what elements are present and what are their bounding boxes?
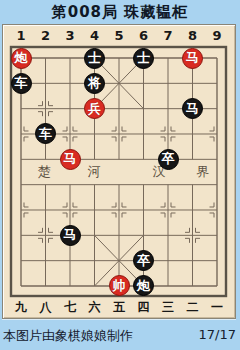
page: 第008局 珠藏韫柜 123456789 楚河汉界 炮士士马车将兵马车马卒马卒帅… [0,0,240,350]
piece-black-r2c4[interactable]: 将 [84,73,105,94]
piece-red-r1c8[interactable]: 马 [182,48,203,69]
file-label-top-7: 7 [158,29,178,43]
piece-black-r8c3[interactable]: 马 [60,225,81,246]
page-indicator: 17/17 [199,327,236,342]
footer-bar: 本图片由象棋娘娘制作 17/17 [0,320,240,350]
file-label-bottom-7: 三 [158,300,178,314]
file-label-bottom-8: 二 [183,300,203,314]
file-label-top-2: 2 [36,29,56,43]
credit-text: 本图片由象棋娘娘制作 [3,327,133,345]
piece-black-r2c1[interactable]: 车 [11,73,32,94]
piece-black-r1c4[interactable]: 士 [84,48,105,69]
river-label-2: 河 [84,164,104,179]
file-label-top-3: 3 [60,29,80,43]
file-label-top-8: 8 [183,29,203,43]
piece-red-r5c3[interactable]: 马 [60,149,81,170]
file-label-bottom-3: 七 [60,300,80,314]
file-label-bottom-9: 一 [207,300,227,314]
file-label-bottom-5: 五 [109,300,129,314]
piece-red-r10c5[interactable]: 帅 [109,275,130,296]
piece-black-r1c6[interactable]: 士 [133,48,154,69]
piece-black-r3c8[interactable]: 马 [182,98,203,119]
file-label-top-6: 6 [134,29,154,43]
piece-black-r9c6[interactable]: 卒 [133,250,154,271]
piece-black-r5c7[interactable]: 卒 [158,149,179,170]
river-label-1: 楚 [34,164,54,179]
file-label-bottom-6: 四 [134,300,154,314]
piece-red-r3c4[interactable]: 兵 [84,98,105,119]
river-label-4: 界 [193,164,213,179]
file-label-bottom-4: 六 [85,300,105,314]
file-label-top-1: 1 [11,29,31,43]
file-label-bottom-2: 八 [36,300,56,314]
piece-red-r1c1[interactable]: 炮 [11,48,32,69]
file-label-top-4: 4 [85,29,105,43]
file-label-top-9: 9 [207,29,227,43]
file-label-bottom-1: 九 [11,300,31,314]
file-label-top-5: 5 [109,29,129,43]
